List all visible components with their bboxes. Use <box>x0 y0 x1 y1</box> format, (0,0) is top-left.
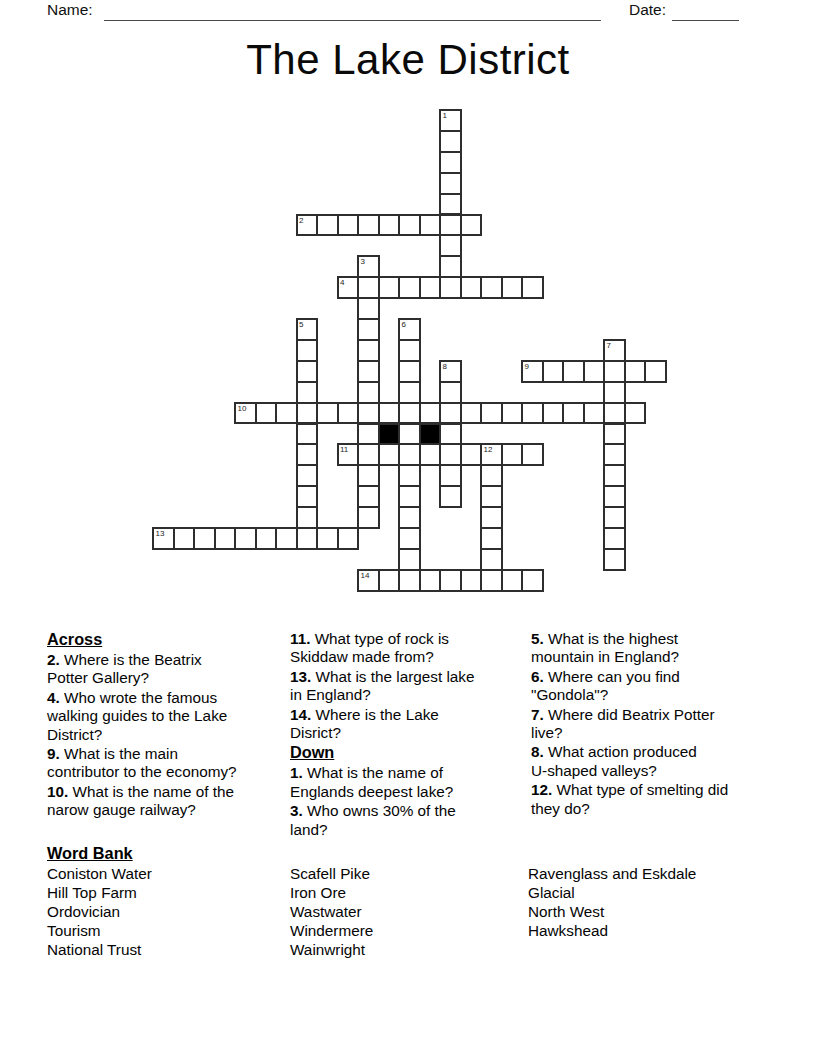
grid-cell[interactable] <box>378 569 401 592</box>
grid-cell[interactable] <box>275 402 298 425</box>
grid-cell[interactable] <box>501 443 524 466</box>
clue-item-number: 6. <box>531 668 544 685</box>
grid-cell[interactable]: 1 <box>439 109 462 132</box>
grid-cell[interactable] <box>398 402 421 425</box>
grid-cell[interactable] <box>603 506 626 529</box>
grid-cell[interactable] <box>378 276 401 299</box>
clue-number: 14 <box>361 571 370 580</box>
grid-cell[interactable] <box>398 381 421 404</box>
grid-cell[interactable] <box>439 423 462 446</box>
clue-item-number: 10. <box>47 783 68 800</box>
grid-cell[interactable] <box>439 464 462 487</box>
grid-cell[interactable] <box>583 360 606 383</box>
word-bank-item: Ravenglass and Eskdale <box>528 864 778 883</box>
grid-cell[interactable] <box>624 360 647 383</box>
clue-item: 8. What action producedU-shaped valleys? <box>531 743 771 780</box>
word-bank-item: Ordovician <box>47 902 287 921</box>
clue-number: 10 <box>238 404 247 413</box>
clue-item: 12. What type of smelting didthey do? <box>531 781 771 818</box>
grid-cell[interactable] <box>501 569 524 592</box>
grid-cell[interactable] <box>460 402 483 425</box>
clues-column-right: 5. What is the highestmountain in Englan… <box>531 630 771 819</box>
clue-item-number: 12. <box>531 781 552 798</box>
word-bank-column-2: Scafell PikeIron OreWastwaterWindermereW… <box>290 864 526 959</box>
grid-cell[interactable]: 8 <box>439 360 462 383</box>
grid-cell[interactable]: 7 <box>603 339 626 362</box>
grid-cell[interactable] <box>398 443 421 466</box>
grid-cell[interactable] <box>501 276 524 299</box>
grid-cell[interactable] <box>562 402 585 425</box>
grid-cell[interactable]: 4 <box>337 276 360 299</box>
grid-cell[interactable] <box>296 339 319 362</box>
clue-item-number: 7. <box>531 706 544 723</box>
grid-cell[interactable] <box>337 214 360 237</box>
clue-number: 11 <box>340 445 348 454</box>
black-cell <box>378 423 401 446</box>
clue-number: 6 <box>402 320 406 329</box>
word-bank-item: Iron Ore <box>290 883 526 902</box>
grid-cell[interactable] <box>357 297 380 320</box>
word-bank-column-1: Coniston WaterHill Top FarmOrdovicianTou… <box>47 864 287 959</box>
clue-item-number: 3. <box>290 802 303 819</box>
grid-cell[interactable] <box>296 381 319 404</box>
date-field-line[interactable] <box>672 20 739 21</box>
grid-cell[interactable] <box>337 527 360 550</box>
clue-number: 4 <box>340 278 344 287</box>
grid-cell[interactable] <box>357 381 380 404</box>
word-bank-column-3: Ravenglass and EskdaleGlacialNorth WestH… <box>528 864 778 940</box>
grid-cell[interactable] <box>419 443 442 466</box>
grid-cell[interactable] <box>439 151 462 174</box>
grid-cell[interactable] <box>603 360 626 383</box>
grid-cell[interactable] <box>603 443 626 466</box>
word-bank-item: Hill Top Farm <box>47 883 287 902</box>
word-bank-item: Windermere <box>290 921 526 940</box>
clue-item: 3. Who owns 30% of theland? <box>290 802 516 839</box>
grid-cell[interactable] <box>398 360 421 383</box>
clue-item-number: 4. <box>47 689 60 706</box>
clues-column-middle: 11. What type of rock isSkiddaw made fro… <box>290 630 516 840</box>
word-bank-item: National Trust <box>47 940 287 959</box>
grid-cell[interactable] <box>439 402 462 425</box>
grid-cell[interactable] <box>296 402 319 425</box>
grid-cell[interactable]: 13 <box>152 527 175 550</box>
worksheet-page: Name: Date: The Lake District 1234567891… <box>0 0 816 1056</box>
grid-cell[interactable] <box>521 402 544 425</box>
grid-cell[interactable] <box>419 569 442 592</box>
grid-cell[interactable] <box>439 130 462 153</box>
grid-cell[interactable] <box>337 402 360 425</box>
grid-cell[interactable] <box>624 402 647 425</box>
grid-cell[interactable] <box>583 402 606 425</box>
grid-cell[interactable] <box>439 443 462 466</box>
grid-cell[interactable] <box>316 527 339 550</box>
crossword-grid: 1234567891011121314 <box>152 109 667 592</box>
black-cell <box>419 423 442 446</box>
word-bank-item: Wastwater <box>290 902 526 921</box>
clue-list-header: Down <box>290 743 516 762</box>
grid-cell[interactable] <box>439 276 462 299</box>
grid-cell[interactable]: 9 <box>521 360 544 383</box>
grid-cell[interactable] <box>255 527 278 550</box>
clue-number: 2 <box>299 216 303 225</box>
grid-cell[interactable] <box>234 527 257 550</box>
grid-cell[interactable] <box>603 402 626 425</box>
clue-item: 4. Who wrote the famouswalking guides to… <box>47 689 273 744</box>
grid-cell[interactable] <box>603 527 626 550</box>
clue-item-number: 9. <box>47 745 60 762</box>
clue-item-number: 1. <box>290 764 303 781</box>
grid-cell[interactable] <box>296 527 319 550</box>
grid-cell[interactable] <box>480 569 503 592</box>
grid-cell[interactable] <box>398 485 421 508</box>
grid-cell[interactable] <box>542 402 565 425</box>
grid-cell[interactable] <box>193 527 216 550</box>
grid-cell[interactable] <box>644 360 667 383</box>
clue-item: 1. What is the name ofEnglands deepest l… <box>290 764 516 801</box>
grid-cell[interactable] <box>398 214 421 237</box>
word-bank-item: Tourism <box>47 921 287 940</box>
grid-cell[interactable]: 2 <box>296 214 319 237</box>
grid-cell[interactable]: 12 <box>480 443 503 466</box>
grid-cell[interactable] <box>542 360 565 383</box>
grid-cell[interactable] <box>562 360 585 383</box>
grid-cell[interactable] <box>480 276 503 299</box>
clue-item: 11. What type of rock isSkiddaw made fro… <box>290 630 516 667</box>
grid-cell[interactable] <box>480 485 503 508</box>
grid-cell[interactable] <box>460 443 483 466</box>
grid-cell[interactable] <box>439 255 462 278</box>
grid-cell[interactable] <box>603 423 626 446</box>
grid-cell[interactable]: 10 <box>234 402 257 425</box>
grid-cell[interactable] <box>296 423 319 446</box>
word-bank-header: Word Bank <box>47 844 133 863</box>
clue-item: 14. Where is the LakeDisrict? <box>290 706 516 743</box>
clue-number: 3 <box>361 257 365 266</box>
grid-cell[interactable]: 14 <box>357 569 380 592</box>
grid-cell[interactable] <box>398 527 421 550</box>
grid-cell[interactable] <box>480 527 503 550</box>
clue-item-number: 2. <box>47 651 60 668</box>
page-title: The Lake District <box>0 36 816 84</box>
word-bank-item: Hawkshead <box>528 921 778 940</box>
grid-cell[interactable] <box>357 339 380 362</box>
grid-cell[interactable] <box>439 234 462 257</box>
grid-cell[interactable] <box>398 339 421 362</box>
word-bank-item: Scafell Pike <box>290 864 526 883</box>
grid-cell[interactable] <box>603 381 626 404</box>
clue-number: 5 <box>299 320 303 329</box>
grid-cell[interactable] <box>439 214 462 237</box>
grid-cell[interactable] <box>378 214 401 237</box>
clue-item: 5. What is the highestmountain in Englan… <box>531 630 771 667</box>
clue-item: 13. What is the largest lakein England? <box>290 668 516 705</box>
grid-cell[interactable] <box>460 569 483 592</box>
clue-item: 6. Where can you find"Gondola"? <box>531 668 771 705</box>
grid-cell[interactable]: 3 <box>357 255 380 278</box>
grid-cell[interactable]: 5 <box>296 318 319 341</box>
grid-cell[interactable] <box>603 548 626 571</box>
grid-cell[interactable] <box>439 172 462 195</box>
clue-item: 7. Where did Beatrix Potterlive? <box>531 706 771 743</box>
grid-cell[interactable] <box>357 423 380 446</box>
grid-cell[interactable] <box>398 506 421 529</box>
clue-number: 8 <box>443 362 447 371</box>
grid-cell[interactable] <box>521 443 544 466</box>
grid-cell[interactable] <box>173 527 196 550</box>
word-bank-item: North West <box>528 902 778 921</box>
grid-cell[interactable] <box>439 381 462 404</box>
grid-cell[interactable] <box>480 548 503 571</box>
grid-cell[interactable] <box>521 569 544 592</box>
grid-cell[interactable] <box>357 402 380 425</box>
grid-cell[interactable] <box>296 506 319 529</box>
clue-item: 2. Where is the BeatrixPotter Gallery? <box>47 651 273 688</box>
grid-cell[interactable] <box>460 276 483 299</box>
date-label: Date: <box>629 1 666 19</box>
clue-list-header: Across <box>47 630 273 649</box>
grid-cell[interactable] <box>357 464 380 487</box>
clue-item-number: 14. <box>290 706 311 723</box>
grid-cell[interactable] <box>357 485 380 508</box>
grid-cell[interactable] <box>439 485 462 508</box>
clue-item: 10. What is the name of thenarow gauge r… <box>47 783 273 820</box>
grid-cell[interactable] <box>603 464 626 487</box>
clue-item-number: 5. <box>531 630 544 647</box>
grid-cell[interactable] <box>296 485 319 508</box>
grid-cell[interactable]: 11 <box>337 443 360 466</box>
grid-cell[interactable] <box>398 569 421 592</box>
clue-number: 13 <box>156 529 165 538</box>
grid-cell[interactable] <box>398 423 421 446</box>
grid-cell[interactable] <box>439 569 462 592</box>
clue-item-number: 11. <box>290 630 310 647</box>
grid-cell[interactable] <box>357 276 380 299</box>
name-label: Name: <box>47 1 93 19</box>
grid-cell[interactable] <box>439 193 462 216</box>
word-bank-item: Wainwright <box>290 940 526 959</box>
grid-cell[interactable] <box>398 548 421 571</box>
grid-cell[interactable] <box>357 360 380 383</box>
grid-cell[interactable]: 6 <box>398 318 421 341</box>
clue-item: 9. What is the maincontributor to the ec… <box>47 745 273 782</box>
grid-cell[interactable] <box>296 360 319 383</box>
grid-cell[interactable] <box>398 276 421 299</box>
grid-cell[interactable] <box>255 402 278 425</box>
grid-cell[interactable] <box>419 214 442 237</box>
grid-cell[interactable] <box>603 485 626 508</box>
grid-cell[interactable] <box>296 464 319 487</box>
clue-number: 9 <box>525 362 529 371</box>
grid-cell[interactable] <box>398 464 421 487</box>
grid-cell[interactable] <box>419 402 442 425</box>
clue-number: 1 <box>443 111 447 120</box>
grid-cell[interactable] <box>419 276 442 299</box>
grid-cell[interactable] <box>214 527 237 550</box>
clues-column-across: Across2. Where is the BeatrixPotter Gall… <box>47 630 273 821</box>
grid-cell[interactable] <box>378 402 401 425</box>
grid-cell[interactable] <box>316 214 339 237</box>
grid-cell[interactable] <box>521 276 544 299</box>
grid-cell[interactable] <box>275 527 298 550</box>
grid-cell[interactable] <box>316 402 339 425</box>
grid-cell[interactable] <box>460 214 483 237</box>
grid-cell[interactable] <box>357 214 380 237</box>
clue-item-number: 8. <box>531 743 544 760</box>
grid-cell[interactable] <box>357 318 380 341</box>
grid-cell[interactable] <box>357 443 380 466</box>
grid-cell[interactable] <box>296 443 319 466</box>
clue-number: 12 <box>484 445 493 454</box>
grid-cell[interactable] <box>357 506 380 529</box>
word-bank-item: Coniston Water <box>47 864 287 883</box>
clue-item-number: 13. <box>290 668 311 685</box>
grid-cell[interactable] <box>501 402 524 425</box>
grid-cell[interactable] <box>480 402 503 425</box>
name-field-line[interactable] <box>104 20 601 21</box>
grid-cell[interactable] <box>480 506 503 529</box>
word-bank-item: Glacial <box>528 883 778 902</box>
clue-number: 7 <box>607 341 611 350</box>
grid-cell[interactable] <box>378 443 401 466</box>
grid-cell[interactable] <box>480 464 503 487</box>
